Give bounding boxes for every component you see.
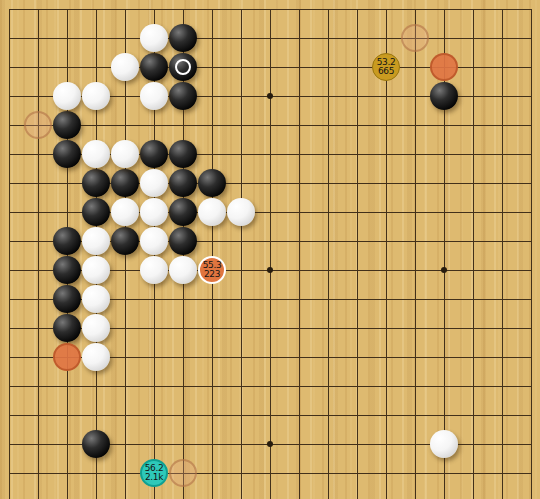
stone-white-d11[interactable]: [82, 227, 110, 255]
suggestion-ghost-b15[interactable]: [24, 111, 52, 139]
stone-black-c9[interactable]: [53, 285, 81, 313]
stone-black-c15[interactable]: [53, 111, 81, 139]
star-point-k16: [267, 93, 273, 99]
stone-white-f10[interactable]: [140, 256, 168, 284]
suggestion-visits: 223: [204, 270, 220, 280]
stone-black-f17[interactable]: [140, 53, 168, 81]
stone-black-c8[interactable]: [53, 314, 81, 342]
suggestion-o17[interactable]: 53.2665: [372, 53, 400, 81]
suggestion-h10[interactable]: 55.3223: [198, 256, 226, 284]
suggestion-ghost-g3[interactable]: [169, 459, 197, 487]
stone-black-c14[interactable]: [53, 140, 81, 168]
stone-white-d16[interactable]: [82, 82, 110, 110]
stone-white-d8[interactable]: [82, 314, 110, 342]
suggestion-visits: 665: [378, 67, 394, 77]
suggestion-q17[interactable]: [430, 53, 458, 81]
stone-black-g14[interactable]: [169, 140, 197, 168]
stone-black-e13[interactable]: [111, 169, 139, 197]
stone-black-g12[interactable]: [169, 198, 197, 226]
stone-black-d12[interactable]: [82, 198, 110, 226]
go-app-screenshot: 56.22.1k53.266555.3223: [0, 0, 540, 499]
board-grid: [9, 9, 532, 499]
stone-black-g13[interactable]: [169, 169, 197, 197]
stone-white-j12[interactable]: [227, 198, 255, 226]
stone-black-d13[interactable]: [82, 169, 110, 197]
suggestion-c7[interactable]: [53, 343, 81, 371]
suggestion-visits: 2.1k: [145, 473, 163, 483]
stone-white-f11[interactable]: [140, 227, 168, 255]
stone-black-g11[interactable]: [169, 227, 197, 255]
stone-white-h12[interactable]: [198, 198, 226, 226]
stone-black-f14[interactable]: [140, 140, 168, 168]
stone-white-d9[interactable]: [82, 285, 110, 313]
stone-white-d14[interactable]: [82, 140, 110, 168]
stone-white-d10[interactable]: [82, 256, 110, 284]
stone-black-g18[interactable]: [169, 24, 197, 52]
stone-black-q16[interactable]: [430, 82, 458, 110]
suggestion-f3[interactable]: 56.22.1k: [140, 459, 168, 487]
star-point-k10: [267, 267, 273, 273]
stone-white-d7[interactable]: [82, 343, 110, 371]
stone-white-f18[interactable]: [140, 24, 168, 52]
star-point-k4: [267, 441, 273, 447]
stone-black-g17[interactable]: [169, 53, 197, 81]
stone-black-d4[interactable]: [82, 430, 110, 458]
stone-white-c16[interactable]: [53, 82, 81, 110]
stone-white-e14[interactable]: [111, 140, 139, 168]
go-board[interactable]: 56.22.1k53.266555.3223: [0, 0, 540, 499]
stone-black-c11[interactable]: [53, 227, 81, 255]
star-point-q10: [441, 267, 447, 273]
stone-white-f12[interactable]: [140, 198, 168, 226]
stone-black-g16[interactable]: [169, 82, 197, 110]
stone-black-c10[interactable]: [53, 256, 81, 284]
suggestion-ghost-p18[interactable]: [401, 24, 429, 52]
stone-white-e17[interactable]: [111, 53, 139, 81]
stone-white-q4[interactable]: [430, 430, 458, 458]
last-move-marker: [175, 59, 191, 75]
stone-white-e12[interactable]: [111, 198, 139, 226]
stone-black-h13[interactable]: [198, 169, 226, 197]
stone-black-e11[interactable]: [111, 227, 139, 255]
stone-white-f13[interactable]: [140, 169, 168, 197]
stone-white-g10[interactable]: [169, 256, 197, 284]
stone-white-f16[interactable]: [140, 82, 168, 110]
